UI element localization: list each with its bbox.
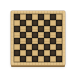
square-h1[interactable] <box>56 56 62 62</box>
checkerboard <box>11 11 65 65</box>
photo-background <box>0 0 75 75</box>
board-grid <box>14 14 62 62</box>
